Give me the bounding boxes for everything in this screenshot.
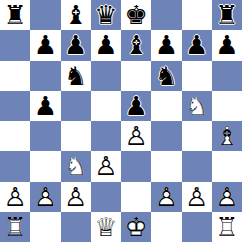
square-f6[interactable]: ♞ — [151, 61, 181, 91]
square-e4[interactable]: ♟♙ — [121, 121, 151, 151]
black-pawn-glyph: ♟ — [212, 30, 242, 60]
white-pawn-outline-glyph: ♙ — [151, 182, 181, 212]
black-pawn-glyph: ♟ — [30, 30, 60, 60]
piece-white-knight[interactable]: ♞♘ — [61, 151, 91, 181]
piece-black-knight[interactable]: ♞ — [61, 61, 91, 91]
square-h7[interactable]: ♟ — [212, 30, 242, 60]
piece-black-pawn[interactable]: ♟ — [30, 30, 60, 60]
square-a1[interactable]: ♜♖ — [0, 212, 30, 242]
square-h8[interactable]: ♜ — [212, 0, 242, 30]
piece-black-pawn[interactable]: ♟ — [151, 30, 181, 60]
piece-white-pawn[interactable]: ♟♙ — [30, 182, 60, 212]
white-pawn-outline-glyph: ♙ — [0, 182, 30, 212]
piece-black-rook[interactable]: ♜ — [212, 0, 242, 30]
square-c7[interactable]: ♟ — [61, 30, 91, 60]
piece-black-knight[interactable]: ♞ — [151, 61, 181, 91]
square-b5[interactable]: ♟ — [30, 91, 60, 121]
square-g8[interactable] — [182, 0, 212, 30]
piece-black-pawn[interactable]: ♟ — [212, 30, 242, 60]
square-a8[interactable]: ♜ — [0, 0, 30, 30]
piece-white-pawn[interactable]: ♟♙ — [91, 151, 121, 181]
square-g4[interactable] — [182, 121, 212, 151]
piece-black-pawn[interactable]: ♟ — [91, 30, 121, 60]
square-g2[interactable]: ♟♙ — [182, 182, 212, 212]
piece-black-queen[interactable]: ♛ — [91, 0, 121, 30]
white-pawn-outline-glyph: ♙ — [121, 121, 151, 151]
square-d6[interactable] — [91, 61, 121, 91]
piece-white-bishop[interactable]: ♝♗ — [212, 121, 242, 151]
square-d5[interactable] — [91, 91, 121, 121]
square-a2[interactable]: ♟♙ — [0, 182, 30, 212]
piece-white-king[interactable]: ♚♔ — [121, 212, 151, 242]
square-g1[interactable] — [182, 212, 212, 242]
square-c8[interactable]: ♝ — [61, 0, 91, 30]
black-queen-glyph: ♛ — [91, 0, 121, 30]
piece-white-pawn[interactable]: ♟♙ — [182, 182, 212, 212]
black-rook-glyph: ♜ — [0, 0, 30, 30]
black-knight-glyph: ♞ — [61, 61, 91, 91]
white-knight-outline-glyph: ♘ — [61, 151, 91, 181]
square-c2[interactable]: ♟♙ — [61, 182, 91, 212]
black-pawn-glyph: ♟ — [151, 30, 181, 60]
square-b3[interactable] — [30, 151, 60, 181]
white-pawn-outline-glyph: ♙ — [212, 182, 242, 212]
piece-white-knight[interactable]: ♞♘ — [182, 91, 212, 121]
square-b6[interactable] — [30, 61, 60, 91]
piece-white-pawn[interactable]: ♟♙ — [212, 182, 242, 212]
square-h6[interactable] — [212, 61, 242, 91]
piece-white-pawn[interactable]: ♟♙ — [61, 182, 91, 212]
black-bishop-glyph: ♝ — [61, 0, 91, 30]
square-c5[interactable] — [61, 91, 91, 121]
square-c6[interactable]: ♞ — [61, 61, 91, 91]
square-b7[interactable]: ♟ — [30, 30, 60, 60]
square-b2[interactable]: ♟♙ — [30, 182, 60, 212]
black-king-glyph: ♚ — [121, 0, 151, 30]
black-bishop-glyph: ♝ — [121, 30, 151, 60]
white-pawn-outline-glyph: ♙ — [182, 182, 212, 212]
white-pawn-outline-glyph: ♙ — [30, 182, 60, 212]
black-pawn-glyph: ♟ — [30, 91, 60, 121]
square-a4[interactable] — [0, 121, 30, 151]
square-e5[interactable]: ♟ — [121, 91, 151, 121]
piece-white-pawn[interactable]: ♟♙ — [151, 182, 181, 212]
square-e6[interactable] — [121, 61, 151, 91]
square-f1[interactable] — [151, 212, 181, 242]
piece-black-rook[interactable]: ♜ — [0, 0, 30, 30]
piece-white-rook[interactable]: ♜♖ — [0, 212, 30, 242]
black-rook-glyph: ♜ — [212, 0, 242, 30]
square-g6[interactable] — [182, 61, 212, 91]
square-g5[interactable]: ♞♘ — [182, 91, 212, 121]
square-d8[interactable]: ♛ — [91, 0, 121, 30]
piece-white-queen[interactable]: ♛♕ — [91, 212, 121, 242]
square-c3[interactable]: ♞♘ — [61, 151, 91, 181]
square-h4[interactable]: ♝♗ — [212, 121, 242, 151]
square-f7[interactable]: ♟ — [151, 30, 181, 60]
square-a3[interactable] — [0, 151, 30, 181]
square-e3[interactable] — [121, 151, 151, 181]
square-h5[interactable] — [212, 91, 242, 121]
square-c1[interactable] — [61, 212, 91, 242]
square-a5[interactable] — [0, 91, 30, 121]
square-b8[interactable] — [30, 0, 60, 30]
white-queen-outline-glyph: ♕ — [91, 212, 121, 242]
piece-white-pawn[interactable]: ♟♙ — [0, 182, 30, 212]
square-g3[interactable] — [182, 151, 212, 181]
piece-black-pawn[interactable]: ♟ — [182, 30, 212, 60]
piece-black-bishop[interactable]: ♝ — [61, 0, 91, 30]
white-rook-outline-glyph: ♖ — [212, 212, 242, 242]
square-f2[interactable]: ♟♙ — [151, 182, 181, 212]
square-h3[interactable] — [212, 151, 242, 181]
square-b4[interactable] — [30, 121, 60, 151]
piece-white-rook[interactable]: ♜♖ — [212, 212, 242, 242]
square-a6[interactable] — [0, 61, 30, 91]
square-h1[interactable]: ♜♖ — [212, 212, 242, 242]
piece-black-bishop[interactable]: ♝ — [121, 30, 151, 60]
black-pawn-glyph: ♟ — [61, 30, 91, 60]
white-pawn-outline-glyph: ♙ — [61, 182, 91, 212]
square-a7[interactable] — [0, 30, 30, 60]
square-f8[interactable] — [151, 0, 181, 30]
white-rook-outline-glyph: ♖ — [0, 212, 30, 242]
white-bishop-outline-glyph: ♗ — [212, 121, 242, 151]
chess-board: ♜♝♛♚♜♟♟♟♝♟♟♟♞♞♟♟♞♘♟♙♝♗♞♘♟♙♟♙♟♙♟♙♟♙♟♙♟♙♜♖… — [0, 0, 242, 242]
square-d2[interactable] — [91, 182, 121, 212]
square-b1[interactable] — [30, 212, 60, 242]
square-f5[interactable] — [151, 91, 181, 121]
square-e1[interactable]: ♚♔ — [121, 212, 151, 242]
square-h2[interactable]: ♟♙ — [212, 182, 242, 212]
piece-black-king[interactable]: ♚ — [121, 0, 151, 30]
square-e7[interactable]: ♝ — [121, 30, 151, 60]
white-pawn-outline-glyph: ♙ — [91, 151, 121, 181]
black-pawn-glyph: ♟ — [121, 91, 151, 121]
square-c4[interactable] — [61, 121, 91, 151]
square-d4[interactable] — [91, 121, 121, 151]
piece-black-pawn[interactable]: ♟ — [61, 30, 91, 60]
piece-black-pawn[interactable]: ♟ — [30, 91, 60, 121]
black-pawn-glyph: ♟ — [182, 30, 212, 60]
black-pawn-glyph: ♟ — [91, 30, 121, 60]
square-e2[interactable] — [121, 182, 151, 212]
square-f3[interactable] — [151, 151, 181, 181]
white-king-outline-glyph: ♔ — [121, 212, 151, 242]
square-e8[interactable]: ♚ — [121, 0, 151, 30]
piece-white-pawn[interactable]: ♟♙ — [121, 121, 151, 151]
square-d3[interactable]: ♟♙ — [91, 151, 121, 181]
square-d7[interactable]: ♟ — [91, 30, 121, 60]
black-knight-glyph: ♞ — [151, 61, 181, 91]
piece-black-pawn[interactable]: ♟ — [121, 91, 151, 121]
square-f4[interactable] — [151, 121, 181, 151]
white-knight-outline-glyph: ♘ — [182, 91, 212, 121]
square-d1[interactable]: ♛♕ — [91, 212, 121, 242]
square-g7[interactable]: ♟ — [182, 30, 212, 60]
